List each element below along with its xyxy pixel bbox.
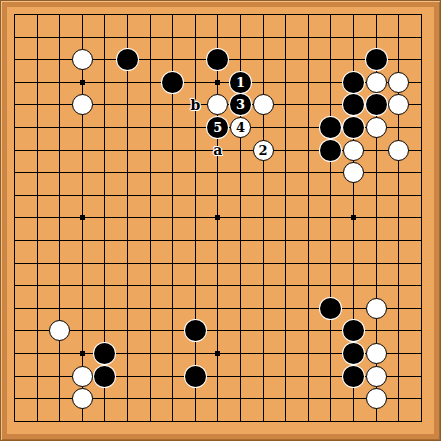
white-stone: [366, 343, 387, 364]
white-stone: [72, 49, 93, 70]
white-stone: [388, 72, 409, 93]
black-stone: [320, 117, 341, 138]
grid-line: [14, 421, 422, 422]
white-stone: [72, 366, 93, 387]
white-stone: 4: [230, 117, 251, 138]
black-stone: 5: [207, 117, 228, 138]
grid-line: [14, 308, 422, 309]
star-point: [80, 215, 85, 220]
grid-line: [14, 285, 422, 286]
white-stone: [366, 366, 387, 387]
go-board-frame: 13542ab: [0, 0, 441, 441]
star-point: [215, 80, 220, 85]
grid-line: [285, 14, 286, 422]
point-label-a: a: [210, 142, 226, 158]
star-point: [80, 351, 85, 356]
black-stone: [343, 366, 364, 387]
black-stone: [343, 72, 364, 93]
white-stone: [207, 94, 228, 115]
black-stone: [366, 94, 387, 115]
black-stone: [162, 72, 183, 93]
move-number: 3: [236, 98, 245, 111]
grid-line: [308, 14, 309, 422]
white-stone: [366, 72, 387, 93]
white-stone: [343, 140, 364, 161]
black-stone: [117, 49, 138, 70]
white-stone: [253, 94, 274, 115]
white-stone: [366, 388, 387, 409]
black-stone: [320, 298, 341, 319]
grid-line: [263, 14, 264, 422]
grid-line: [330, 14, 331, 422]
grid-line: [14, 263, 422, 264]
move-number: 4: [236, 121, 245, 134]
white-stone: [366, 117, 387, 138]
black-stone: [185, 366, 206, 387]
black-stone: [343, 343, 364, 364]
star-point: [215, 351, 220, 356]
white-stone: [72, 388, 93, 409]
grid-line: [421, 14, 422, 422]
point-label-b: b: [187, 97, 203, 113]
black-stone: [94, 343, 115, 364]
white-stone: [388, 94, 409, 115]
black-stone: [185, 320, 206, 341]
black-stone: [343, 320, 364, 341]
white-stone: [343, 162, 364, 183]
go-board: 13542ab: [7, 7, 434, 434]
grid-line: [14, 240, 422, 241]
black-stone: 3: [230, 94, 251, 115]
white-stone: [388, 140, 409, 161]
move-number: 2: [259, 144, 268, 157]
star-point: [215, 215, 220, 220]
black-stone: [343, 117, 364, 138]
black-stone: [320, 140, 341, 161]
black-stone: [94, 366, 115, 387]
black-stone: 1: [230, 72, 251, 93]
star-point: [80, 80, 85, 85]
black-stone: [207, 49, 228, 70]
white-stone: [72, 94, 93, 115]
black-stone: [343, 94, 364, 115]
star-point: [351, 215, 356, 220]
white-stone: [366, 298, 387, 319]
move-number: 5: [213, 121, 222, 134]
white-stone: 2: [253, 140, 274, 161]
move-number: 1: [236, 76, 245, 89]
black-stone: [366, 49, 387, 70]
white-stone: [49, 320, 70, 341]
